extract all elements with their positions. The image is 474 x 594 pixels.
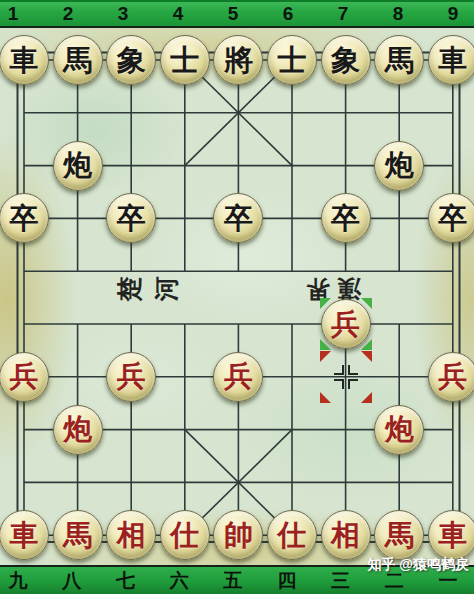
- piece-character: 帥: [224, 521, 253, 550]
- piece-red-soldier[interactable]: 兵: [428, 352, 474, 402]
- piece-character: 仕: [170, 521, 199, 550]
- piece-character: 馬: [385, 521, 414, 550]
- top-file-label-2: 2: [63, 4, 74, 23]
- bottom-file-label-6: 四: [277, 570, 296, 589]
- piece-black-elephant[interactable]: 象: [106, 35, 156, 85]
- piece-black-advisor[interactable]: 士: [267, 35, 317, 85]
- piece-character: 卒: [331, 204, 360, 233]
- piece-black-general[interactable]: 將: [213, 35, 263, 85]
- xiangqi-board-screenshot: 楚 河 漢界 車馬象士將士象馬車炮炮卒卒卒卒卒兵兵兵兵兵炮炮車馬相仕帥仕相馬車 …: [0, 0, 474, 594]
- piece-character: 兵: [224, 362, 253, 391]
- piece-red-advisor[interactable]: 仕: [267, 510, 317, 560]
- piece-character: 車: [10, 521, 39, 550]
- top-file-label-9: 9: [448, 4, 459, 23]
- board-paper: 楚 河 漢界 車馬象士將士象馬車炮炮卒卒卒卒卒兵兵兵兵兵炮炮車馬相仕帥仕相馬車: [0, 0, 474, 594]
- piece-black-cannon[interactable]: 炮: [374, 141, 424, 191]
- piece-black-soldier[interactable]: 卒: [106, 193, 156, 243]
- piece-red-general[interactable]: 帥: [213, 510, 263, 560]
- piece-red-chariot[interactable]: 車: [428, 510, 474, 560]
- piece-red-elephant[interactable]: 相: [106, 510, 156, 560]
- piece-character: 炮: [385, 415, 414, 444]
- piece-character: 馬: [63, 521, 92, 550]
- piece-black-cannon[interactable]: 炮: [53, 141, 103, 191]
- piece-character: 兵: [10, 362, 39, 391]
- piece-character: 相: [331, 521, 360, 550]
- piece-character: 象: [331, 46, 360, 75]
- piece-red-advisor[interactable]: 仕: [160, 510, 210, 560]
- top-file-label-5: 5: [228, 4, 239, 23]
- top-file-label-4: 4: [173, 4, 184, 23]
- top-file-label-3: 3: [118, 4, 129, 23]
- piece-character: 相: [117, 521, 146, 550]
- piece-character: 士: [278, 46, 307, 75]
- piece-black-elephant[interactable]: 象: [321, 35, 371, 85]
- piece-black-advisor[interactable]: 士: [160, 35, 210, 85]
- piece-red-chariot[interactable]: 車: [0, 510, 49, 560]
- piece-character: 卒: [10, 204, 39, 233]
- bottom-file-label-3: 七: [116, 570, 135, 589]
- piece-red-cannon[interactable]: 炮: [53, 405, 103, 455]
- piece-red-horse[interactable]: 馬: [53, 510, 103, 560]
- piece-red-soldier[interactable]: 兵: [106, 352, 156, 402]
- piece-black-soldier[interactable]: 卒: [321, 193, 371, 243]
- piece-character: 卒: [438, 204, 467, 233]
- piece-black-chariot[interactable]: 車: [428, 35, 474, 85]
- piece-black-horse[interactable]: 馬: [374, 35, 424, 85]
- piece-red-elephant[interactable]: 相: [321, 510, 371, 560]
- top-file-label-8: 8: [393, 4, 404, 23]
- board-grid: [0, 0, 474, 594]
- piece-black-soldier[interactable]: 卒: [0, 193, 49, 243]
- river-label-chu-he: 楚 河: [117, 273, 179, 306]
- piece-character: 車: [10, 46, 39, 75]
- top-file-label-6: 6: [283, 4, 294, 23]
- piece-red-soldier[interactable]: 兵: [321, 299, 371, 349]
- piece-character: 將: [224, 46, 253, 75]
- bottom-file-label-4: 六: [170, 570, 189, 589]
- piece-black-horse[interactable]: 馬: [53, 35, 103, 85]
- bottom-file-label-1: 九: [9, 570, 28, 589]
- top-file-labels-strip: 123456789: [0, 0, 474, 28]
- piece-character: 士: [170, 46, 199, 75]
- top-file-label-7: 7: [338, 4, 349, 23]
- bottom-file-label-2: 八: [62, 570, 81, 589]
- piece-character: 馬: [63, 46, 92, 75]
- piece-character: 炮: [385, 151, 414, 180]
- river-char-chu: 楚: [113, 277, 146, 302]
- piece-character: 卒: [224, 204, 253, 233]
- piece-character: 炮: [63, 151, 92, 180]
- piece-black-soldier[interactable]: 卒: [213, 193, 263, 243]
- piece-red-cannon[interactable]: 炮: [374, 405, 424, 455]
- piece-character: 仕: [278, 521, 307, 550]
- piece-black-soldier[interactable]: 卒: [428, 193, 474, 243]
- piece-character: 車: [438, 46, 467, 75]
- piece-character: 炮: [63, 415, 92, 444]
- piece-red-horse[interactable]: 馬: [374, 510, 424, 560]
- piece-red-soldier[interactable]: 兵: [0, 352, 49, 402]
- top-file-label-1: 1: [8, 4, 19, 23]
- piece-character: 卒: [117, 204, 146, 233]
- river-char-he: 河: [150, 277, 183, 302]
- piece-black-chariot[interactable]: 車: [0, 35, 49, 85]
- piece-red-soldier[interactable]: 兵: [213, 352, 263, 402]
- watermark: 知乎 @猿鸣鹤戾: [367, 556, 469, 574]
- piece-character: 兵: [117, 362, 146, 391]
- piece-character: 兵: [438, 362, 467, 391]
- piece-character: 象: [117, 46, 146, 75]
- piece-character: 馬: [385, 46, 414, 75]
- piece-character: 車: [438, 521, 467, 550]
- bottom-file-label-7: 三: [331, 570, 350, 589]
- piece-character: 兵: [331, 310, 360, 339]
- bottom-file-label-5: 五: [224, 570, 243, 589]
